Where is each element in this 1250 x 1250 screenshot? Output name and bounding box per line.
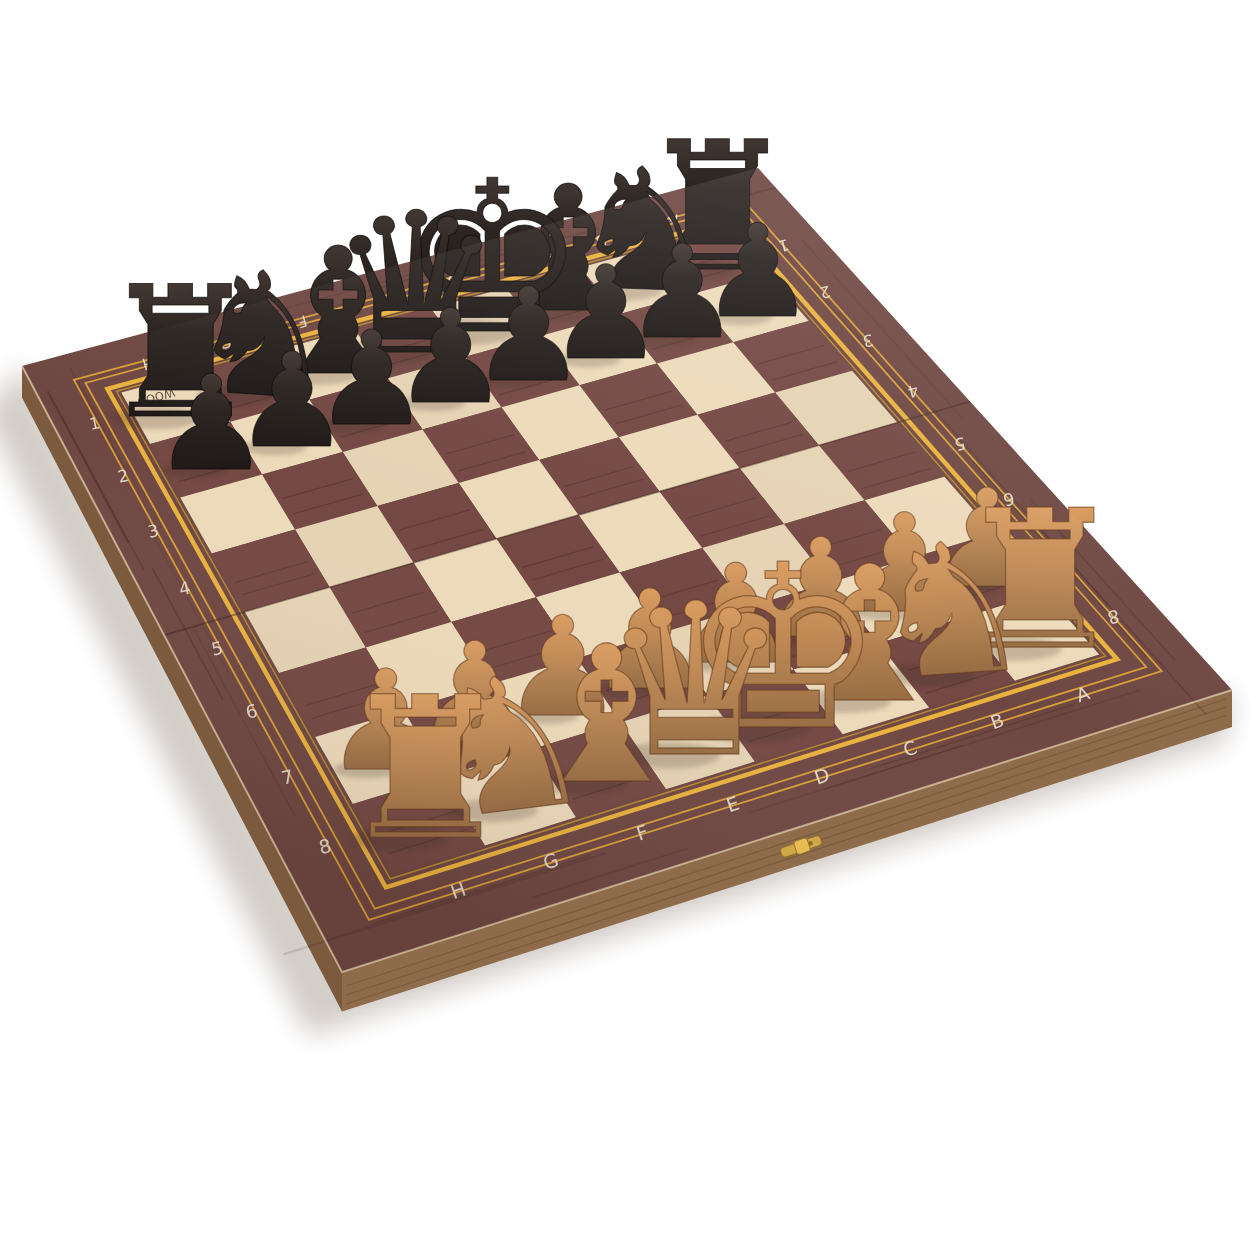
piece-black-pawn-h2[interactable]: ♟: [152, 347, 269, 500]
chessboard-photo: AABBCCDDEEFFGGHH1122334455667788WOOD♜♞♝♟…: [0, 0, 1250, 1250]
chess-set-photo: AABBCCDDEEFFGGHH1122334455667788WOOD♜♞♝♟…: [0, 0, 1250, 1250]
piece-white-rook-h8[interactable]: ♜: [338, 655, 514, 883]
